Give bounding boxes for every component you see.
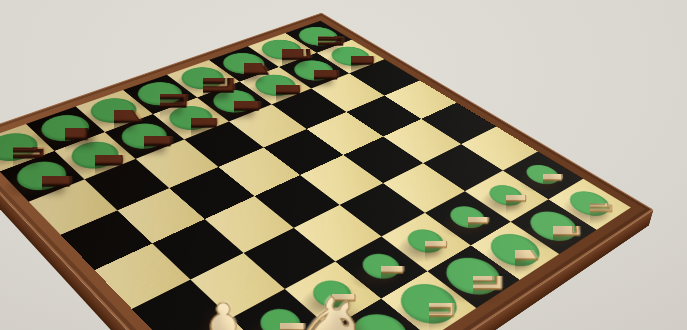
chess-board: ♜♞♝♛♚♝♞♜♟♟♟♟♟♟♟♟♟♟♟♟♟♟♟♟♜♞♝♛♚♝♞♜ xyxy=(0,13,654,330)
white-rook-glyph: ♜ xyxy=(151,326,388,330)
scene: ♜♞♝♛♚♝♞♜♟♟♟♟♟♟♟♟♟♟♟♟♟♟♟♟♜♞♝♛♚♝♞♜ xyxy=(0,0,687,330)
backdrop: Wooden Staunton chess set on walnut and … xyxy=(0,0,687,330)
squares-grid: ♜♞♝♛♚♝♞♜♟♟♟♟♟♟♟♟♟♟♟♟♟♟♟♟♜♞♝♛♚♝♞♜ xyxy=(0,21,631,330)
